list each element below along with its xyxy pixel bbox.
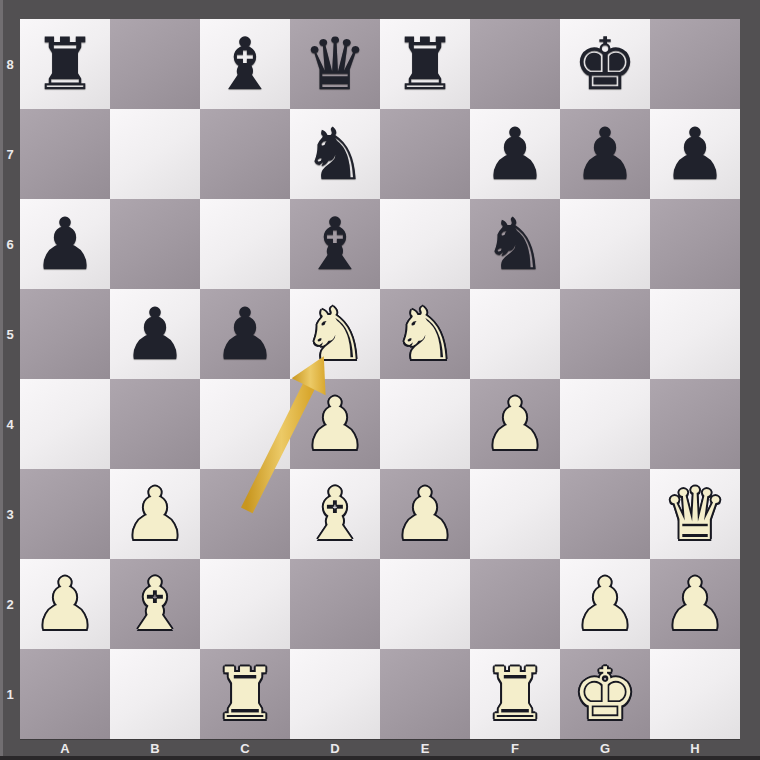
square-d3[interactable]: ♝: [290, 469, 380, 559]
rank-label-3: 3: [0, 469, 20, 559]
white-pawn: ♟: [33, 559, 98, 649]
file-label-a: A: [20, 740, 110, 756]
white-pawn: ♟: [663, 559, 728, 649]
white-rook: ♜: [483, 649, 548, 739]
white-queen: ♛: [663, 469, 728, 559]
black-pawn: ♟: [123, 289, 188, 379]
file-label-c: C: [200, 740, 290, 756]
rank-label-5: 5: [0, 289, 20, 379]
file-label-h: H: [650, 740, 740, 756]
rank-label-4: 4: [0, 379, 20, 469]
square-f8[interactable]: [470, 19, 560, 109]
square-e1[interactable]: [380, 649, 470, 739]
square-d6[interactable]: ♝: [290, 199, 380, 289]
square-b7[interactable]: [110, 109, 200, 199]
black-pawn: ♟: [573, 109, 638, 199]
square-g3[interactable]: [560, 469, 650, 559]
square-f7[interactable]: ♟: [470, 109, 560, 199]
square-e7[interactable]: [380, 109, 470, 199]
rank-labels: 87654321: [0, 19, 20, 739]
square-c8[interactable]: ♝: [200, 19, 290, 109]
black-pawn: ♟: [213, 289, 278, 379]
square-d2[interactable]: [290, 559, 380, 649]
square-g1[interactable]: ♚: [560, 649, 650, 739]
square-b8[interactable]: [110, 19, 200, 109]
square-d8[interactable]: ♛: [290, 19, 380, 109]
file-label-g: G: [560, 740, 650, 756]
square-h4[interactable]: [650, 379, 740, 469]
square-a7[interactable]: [20, 109, 110, 199]
square-e5[interactable]: ♞: [380, 289, 470, 379]
rank-label-2: 2: [0, 559, 20, 649]
square-f5[interactable]: [470, 289, 560, 379]
black-rook: ♜: [393, 19, 458, 109]
square-g8[interactable]: ♚: [560, 19, 650, 109]
square-c5[interactable]: ♟: [200, 289, 290, 379]
black-rook: ♜: [33, 19, 98, 109]
square-a5[interactable]: [20, 289, 110, 379]
square-c1[interactable]: ♜: [200, 649, 290, 739]
square-a8[interactable]: ♜: [20, 19, 110, 109]
square-c7[interactable]: [200, 109, 290, 199]
square-h5[interactable]: [650, 289, 740, 379]
square-h3[interactable]: ♛: [650, 469, 740, 559]
square-f6[interactable]: ♞: [470, 199, 560, 289]
square-g5[interactable]: [560, 289, 650, 379]
black-pawn: ♟: [33, 199, 98, 289]
square-d7[interactable]: ♞: [290, 109, 380, 199]
square-h1[interactable]: [650, 649, 740, 739]
black-bishop: ♝: [303, 199, 368, 289]
rank-label-6: 6: [0, 199, 20, 289]
square-e3[interactable]: ♟: [380, 469, 470, 559]
square-c2[interactable]: [200, 559, 290, 649]
chess-board-frame: 87654321 ♜♝♛♜♚♞♟♟♟♟♝♞♟♟♞♞♟♟♟♝♟♛♟♝♟♟♜♜♚ A…: [0, 0, 760, 760]
square-f4[interactable]: ♟: [470, 379, 560, 469]
square-h7[interactable]: ♟: [650, 109, 740, 199]
white-knight: ♞: [393, 289, 458, 379]
square-g7[interactable]: ♟: [560, 109, 650, 199]
file-label-e: E: [380, 740, 470, 756]
file-label-b: B: [110, 740, 200, 756]
square-a3[interactable]: [20, 469, 110, 559]
square-g2[interactable]: ♟: [560, 559, 650, 649]
black-king: ♚: [573, 19, 638, 109]
file-label-d: D: [290, 740, 380, 756]
square-h6[interactable]: [650, 199, 740, 289]
white-pawn: ♟: [483, 379, 548, 469]
square-a6[interactable]: ♟: [20, 199, 110, 289]
rank-label-8: 8: [0, 19, 20, 109]
square-e4[interactable]: [380, 379, 470, 469]
square-e8[interactable]: ♜: [380, 19, 470, 109]
black-queen: ♛: [303, 19, 368, 109]
white-knight: ♞: [303, 289, 368, 379]
chess-board: ♜♝♛♜♚♞♟♟♟♟♝♞♟♟♞♞♟♟♟♝♟♛♟♝♟♟♜♜♚: [20, 19, 740, 739]
white-bishop: ♝: [303, 469, 368, 559]
black-pawn: ♟: [663, 109, 728, 199]
frame-bottom-strip: [0, 756, 760, 760]
square-d1[interactable]: [290, 649, 380, 739]
square-b3[interactable]: ♟: [110, 469, 200, 559]
square-b4[interactable]: [110, 379, 200, 469]
square-e6[interactable]: [380, 199, 470, 289]
square-b6[interactable]: [110, 199, 200, 289]
white-pawn: ♟: [303, 379, 368, 469]
square-b5[interactable]: ♟: [110, 289, 200, 379]
file-labels: ABCDEFGH: [20, 740, 740, 756]
square-c4[interactable]: [200, 379, 290, 469]
white-pawn: ♟: [123, 469, 188, 559]
file-label-f: F: [470, 740, 560, 756]
rank-label-7: 7: [0, 109, 20, 199]
square-g6[interactable]: [560, 199, 650, 289]
black-pawn: ♟: [483, 109, 548, 199]
white-king: ♚: [573, 649, 638, 739]
square-a4[interactable]: [20, 379, 110, 469]
square-d4[interactable]: ♟: [290, 379, 380, 469]
square-h8[interactable]: [650, 19, 740, 109]
black-knight: ♞: [303, 109, 368, 199]
white-pawn: ♟: [393, 469, 458, 559]
square-f3[interactable]: [470, 469, 560, 559]
square-e2[interactable]: [380, 559, 470, 649]
square-f2[interactable]: [470, 559, 560, 649]
black-bishop: ♝: [213, 19, 278, 109]
square-g4[interactable]: [560, 379, 650, 469]
square-b1[interactable]: [110, 649, 200, 739]
white-pawn: ♟: [573, 559, 638, 649]
white-rook: ♜: [213, 649, 278, 739]
rank-label-1: 1: [0, 649, 20, 739]
square-b2[interactable]: ♝: [110, 559, 200, 649]
square-h2[interactable]: ♟: [650, 559, 740, 649]
square-d5[interactable]: ♞: [290, 289, 380, 379]
square-c3[interactable]: [200, 469, 290, 559]
square-f1[interactable]: ♜: [470, 649, 560, 739]
square-c6[interactable]: [200, 199, 290, 289]
white-bishop: ♝: [123, 559, 188, 649]
black-knight: ♞: [483, 199, 548, 289]
square-a1[interactable]: [20, 649, 110, 739]
square-a2[interactable]: ♟: [20, 559, 110, 649]
